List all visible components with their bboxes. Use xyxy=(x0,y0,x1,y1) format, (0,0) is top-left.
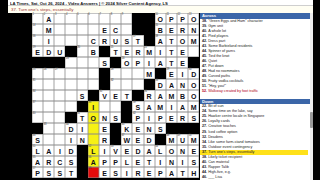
grid-cell-r4c10[interactable]: R xyxy=(132,46,143,57)
grid-cell-r9c13[interactable]: I xyxy=(166,101,177,112)
grid-cell-r4c12[interactable]: I xyxy=(155,46,166,57)
cell-letter: U xyxy=(177,137,188,145)
grid-cell-r14c1[interactable]: 55A xyxy=(32,156,43,167)
grid-cell-r13c11[interactable]: A xyxy=(144,145,155,156)
cell-letter: M xyxy=(188,38,199,46)
grid-cell-r10c13[interactable]: E xyxy=(166,112,177,123)
cell-letter: R xyxy=(132,170,143,178)
grid-cell-r1c11 xyxy=(144,13,155,24)
grid-cell-r3c12[interactable]: 18A xyxy=(155,35,166,46)
grid-cell-r9c5 xyxy=(77,101,88,112)
grid-cell-r15c8[interactable]: S xyxy=(110,167,121,178)
grid-cell-r11c7[interactable]: E xyxy=(99,123,110,134)
grid-cell-r6c8[interactable]: 28 xyxy=(110,68,121,79)
cell-letter: O xyxy=(188,82,199,90)
grid-cell-r7c4[interactable] xyxy=(65,79,76,90)
grid-cell-r11c11[interactable]: N xyxy=(144,123,155,134)
cell-letter: I xyxy=(77,126,88,134)
cell-letter: S xyxy=(54,170,65,178)
grid-cell-r2c12[interactable]: 15B xyxy=(155,24,166,35)
grid-cell-r4c13[interactable]: T xyxy=(166,46,177,57)
grid-cell-r3c4[interactable] xyxy=(65,35,76,46)
cell-letter: M xyxy=(144,71,155,79)
grid-cell-r8c5[interactable]: S xyxy=(77,90,88,101)
grid-cell-r3c13[interactable]: T xyxy=(166,35,177,46)
clue-text: Some time on the lake, say xyxy=(208,109,252,113)
grid-cell-r1c5[interactable]: 5 xyxy=(77,13,88,24)
grid-cell-r2c7[interactable]: E xyxy=(99,24,110,35)
grid-cell-r7c15[interactable]: O xyxy=(188,79,199,90)
cell-letter: A xyxy=(144,104,155,112)
cell-letter: S xyxy=(43,170,54,178)
grid-cell-r9c10[interactable]: 39S xyxy=(132,101,143,112)
grid-cell-r12c13[interactable]: 48M xyxy=(166,134,177,145)
grid-cell-r11c8 xyxy=(110,123,121,134)
grid-cell-r12c6[interactable] xyxy=(88,134,99,145)
cell-letter: I xyxy=(65,137,76,145)
grid-cell-r6c6[interactable] xyxy=(88,68,99,79)
cell-letter: E xyxy=(166,115,177,123)
current-clue-text: 37. Turn one's steps, essentially xyxy=(11,7,73,13)
clue-panel[interactable]: Across 38. "Green Eggs and Ham" characte… xyxy=(200,13,313,180)
clue-text: Rapper Talib xyxy=(208,165,229,169)
cell-letter: D xyxy=(43,49,54,57)
clue-text: Curved paths xyxy=(208,74,230,78)
cell-letter: E xyxy=(166,27,177,35)
grid-cell-r8c2[interactable] xyxy=(43,90,54,101)
grid-cell-r10c4 xyxy=(65,112,76,123)
grid-cell-r6c15[interactable]: 30D xyxy=(188,68,199,79)
clue-text: Pied players xyxy=(208,34,228,38)
grid-cell-r1c13[interactable]: 11P xyxy=(166,13,177,24)
cell-number: 31 xyxy=(33,79,36,82)
grid-cell-r7c9[interactable] xyxy=(121,79,132,90)
grid-cell-r4c9[interactable]: E xyxy=(121,46,132,57)
grid-cell-r7c5[interactable] xyxy=(77,79,88,90)
cell-letter: P xyxy=(32,170,43,178)
grid-cell-r8c3[interactable] xyxy=(54,90,65,101)
grid-cell-r13c15[interactable]: E xyxy=(188,145,199,156)
grid-cell-r9c14[interactable]: A xyxy=(177,101,188,112)
cell-letter: P xyxy=(99,159,110,167)
grid-cell-r2c8[interactable]: C xyxy=(110,24,121,35)
grid-cell-r10c2[interactable] xyxy=(43,112,54,123)
grid-cell-r6c3[interactable]: 27 xyxy=(54,68,65,79)
grid-cell-r14c8[interactable]: P xyxy=(110,156,121,167)
grid-cell-r3c15[interactable]: M xyxy=(188,35,199,46)
cell-letter: S xyxy=(65,159,76,167)
grid-cell-r11c10[interactable]: E xyxy=(132,123,143,134)
grid-cell-r3c10[interactable]: 17T xyxy=(132,35,143,46)
cell-letter: U xyxy=(54,49,65,57)
grid-cell-r1c8[interactable]: 8 xyxy=(110,13,121,24)
grid-cell-r12c15[interactable]: 50M xyxy=(188,134,199,145)
grid-cell-r7c2[interactable] xyxy=(43,79,54,90)
grid-cell-r2c5[interactable] xyxy=(77,24,88,35)
cell-letter: O xyxy=(188,16,199,24)
grid-cell-r5c7[interactable]: S xyxy=(99,57,110,68)
cell-letter: P xyxy=(155,115,166,123)
cell-letter: T xyxy=(121,93,132,101)
cell-letter: L xyxy=(88,148,99,156)
grid-cell-r2c9[interactable] xyxy=(121,24,132,35)
grid-cell-r10c15[interactable]: S xyxy=(188,112,199,123)
crossword-grid[interactable]: 12A345678910O11P12P13O14MEC15BERN16ICRUS… xyxy=(32,13,199,178)
cell-number: 8 xyxy=(111,13,112,16)
grid-cell-r14c3[interactable]: C xyxy=(54,156,65,167)
clue-text: Turn one's steps, essentially xyxy=(208,150,254,154)
cell-number: 34 xyxy=(33,90,36,93)
cell-letter: S xyxy=(99,60,110,68)
grid-cell-r12c7[interactable]: R xyxy=(99,134,110,145)
clue-text: Deadens xyxy=(208,135,223,139)
cell-letter: C xyxy=(54,159,65,167)
grid-cell-r4c2[interactable]: D xyxy=(43,46,54,57)
grid-cell-r10c7[interactable]: N xyxy=(99,112,110,123)
grid-cell-r2c6[interactable] xyxy=(88,24,99,35)
panel-scrollbar[interactable] xyxy=(310,13,314,180)
grid-cell-r9c7[interactable] xyxy=(99,101,110,112)
grid-cell-r15c14[interactable]: T xyxy=(177,167,188,178)
grid-cell-r5c11[interactable]: I xyxy=(144,57,155,68)
grid-cell-r1c7[interactable]: 7 xyxy=(99,13,110,24)
grid-cell-r12c9[interactable]: 47W xyxy=(121,134,132,145)
cell-letter: I xyxy=(121,170,132,178)
grid-cell-r2c14[interactable]: R xyxy=(177,24,188,35)
grid-cell-r3c7[interactable]: R xyxy=(99,35,110,46)
cell-letter: M xyxy=(166,93,177,101)
clue-text: "Green Eggs and Ham" character xyxy=(208,19,263,23)
grid-cell-r8c6 xyxy=(88,90,99,101)
grid-cell-r15c9[interactable]: I xyxy=(121,167,132,178)
grid-cell-r6c11[interactable]: M xyxy=(144,68,155,79)
cell-letter: T xyxy=(166,60,177,68)
grid-cell-r4c15[interactable] xyxy=(188,46,199,57)
page-title: LA Times, Sat, Oct 26, 2024 - Video Answ… xyxy=(10,1,310,6)
grid-cell-r13c14[interactable]: N xyxy=(177,145,188,156)
grid-cell-r15c11[interactable]: E xyxy=(144,167,155,178)
grid-cell-r6c1[interactable]: 25 xyxy=(32,68,43,79)
grid-cell-r4c6[interactable]: B xyxy=(88,46,99,57)
cell-letter: O xyxy=(121,60,132,68)
grid-cell-r11c3[interactable] xyxy=(54,123,65,134)
grid-cell-r15c12[interactable]: P xyxy=(155,167,166,178)
grid-cell-r14c4[interactable]: S xyxy=(65,156,76,167)
grid-cell-r14c10[interactable]: E xyxy=(132,156,143,167)
grid-cell-r1c14[interactable]: 12P xyxy=(177,13,188,24)
cell-letter: S xyxy=(121,38,132,46)
grid-cell-r11c15 xyxy=(188,123,199,134)
grid-cell-r15c15[interactable]: H xyxy=(188,167,199,178)
grid-cell-r15c10[interactable]: R xyxy=(132,167,143,178)
grid-cell-r6c4[interactable] xyxy=(65,68,76,79)
grid-cell-r4c8[interactable]: 21T xyxy=(110,46,121,57)
grid-cell-r12c2[interactable] xyxy=(43,134,54,145)
across-clue-list[interactable]: 38. "Green Eggs and Ham" character39. Gy… xyxy=(200,19,313,95)
grid-cell-r12c3[interactable] xyxy=(54,134,65,145)
grid-cell-r9c1[interactable]: 37 xyxy=(32,101,43,112)
grid-cell-r2c1[interactable]: 14 xyxy=(32,24,43,35)
grid-cell-r14c15[interactable]: S xyxy=(188,156,199,167)
grid-cell-r10c9 xyxy=(121,112,132,123)
grid-cell-r14c14[interactable]: I xyxy=(177,156,188,167)
cell-letter: P xyxy=(110,159,121,167)
grid-cell-r6c12 xyxy=(155,68,166,79)
grid-cell-r7c6[interactable] xyxy=(88,79,99,90)
grid-cell-r5c12[interactable]: A xyxy=(155,57,166,68)
grid-cell-r5c9[interactable]: 24O xyxy=(121,57,132,68)
grid-cell-r8c12[interactable]: A xyxy=(155,90,166,101)
cell-letter: O xyxy=(88,115,99,123)
clue-text: Had no roommates xyxy=(208,69,239,73)
grid-cell-r2c3[interactable] xyxy=(54,24,65,35)
cell-letter: I xyxy=(88,104,99,112)
grid-cell-r4c3[interactable]: U xyxy=(54,46,65,57)
grid-cell-r1c9[interactable]: 9 xyxy=(121,13,132,24)
grid-cell-r4c7 xyxy=(99,46,110,57)
cell-letter: E xyxy=(132,126,143,134)
grid-cell-r12c4[interactable]: I xyxy=(65,134,76,145)
clue-text: Walkway created by foot traffic xyxy=(208,89,258,93)
cell-letter: R xyxy=(99,38,110,46)
grid-cell-r6c2[interactable]: 26 xyxy=(43,68,54,79)
grid-cell-r1c12[interactable]: 10O xyxy=(155,13,166,24)
grid-cell-r4c5[interactable]: 20 xyxy=(77,46,88,57)
grid-cell-r1c1[interactable]: 1 xyxy=(32,13,43,24)
grid-cell-r10c14[interactable]: R xyxy=(177,112,188,123)
cell-letter: A xyxy=(43,16,54,24)
grid-cell-r8c14[interactable]: B xyxy=(177,90,188,101)
grid-cell-r8c8[interactable]: E xyxy=(110,90,121,101)
grid-cell-r14c2[interactable]: R xyxy=(43,156,54,167)
grid-cell-r9c11[interactable]: A xyxy=(144,101,155,112)
grid-cell-r10c6[interactable]: O xyxy=(88,112,99,123)
grid-cell-r13c13[interactable]: O xyxy=(166,145,177,156)
clue-text: Likely ticket recipient xyxy=(208,155,242,159)
grid-cell-r1c3[interactable]: 3 xyxy=(54,13,65,24)
grid-cell-r9c3[interactable] xyxy=(54,101,65,112)
cell-letter: E xyxy=(132,159,143,167)
grid-cell-r8c9[interactable]: T xyxy=(121,90,132,101)
cell-letter: L xyxy=(121,159,132,167)
cell-letter: O xyxy=(155,16,166,24)
grid-cell-r4c14[interactable]: E xyxy=(177,46,188,57)
grid-cell-r7c3[interactable] xyxy=(54,79,65,90)
cell-number: 4 xyxy=(66,13,67,16)
cell-letter: R xyxy=(43,159,54,167)
grid-cell-r15c2[interactable]: S xyxy=(43,167,54,178)
clue-text: Iced coffee option xyxy=(208,130,237,134)
grid-cell-r3c1[interactable]: 16 xyxy=(32,35,43,46)
across-clue-52[interactable]: 52. Walkway created by foot traffic xyxy=(200,89,308,94)
grid-cell-r2c15[interactable]: N xyxy=(188,24,199,35)
cell-letter: S xyxy=(110,170,121,178)
grid-cell-r13c9[interactable]: E xyxy=(121,145,132,156)
grid-cell-r10c8[interactable]: S xyxy=(110,112,121,123)
grid-cell-r3c5[interactable] xyxy=(77,35,88,46)
grid-cell-r1c4[interactable]: 4 xyxy=(65,13,76,24)
grid-cell-r13c4[interactable]: D xyxy=(65,145,76,156)
grid-cell-r7c12[interactable]: 33D xyxy=(155,79,166,90)
grid-cell-r3c3[interactable] xyxy=(54,35,65,46)
grid-cell-r6c5[interactable] xyxy=(77,68,88,79)
grid-cell-r13c12[interactable]: 54L xyxy=(155,145,166,156)
grid-cell-r14c11[interactable]: T xyxy=(144,156,155,167)
down-clue-list[interactable]: 22. Bit of sun24. Some time on the lake,… xyxy=(200,104,313,180)
grid-cell-r8c7[interactable]: 35V xyxy=(99,90,110,101)
grid-cell-r13c3[interactable]: I xyxy=(54,145,65,156)
grid-cell-r2c2[interactable]: M xyxy=(43,24,54,35)
cell-letter: O xyxy=(166,148,177,156)
cell-letter: B xyxy=(88,49,99,57)
grid-cell-r3c2[interactable]: I xyxy=(43,35,54,46)
grid-cell-r15c7[interactable]: E xyxy=(99,167,110,178)
grid-cell-r14c6[interactable]: 56A xyxy=(88,156,99,167)
cell-letter: S xyxy=(110,115,121,123)
grid-cell-r7c13[interactable]: A xyxy=(166,79,177,90)
grid-cell-r12c14[interactable]: 49U xyxy=(177,134,188,145)
grid-cell-r5c13[interactable]: T xyxy=(166,57,177,68)
grid-cell-r12c5[interactable]: N xyxy=(77,134,88,145)
grid-cell-r9c6[interactable]: 38I xyxy=(88,101,99,112)
grid-cell-r10c3[interactable] xyxy=(54,112,65,123)
grid-cell-r13c7[interactable]: I xyxy=(99,145,110,156)
cell-letter: E xyxy=(166,71,177,79)
grid-cell-r15c13[interactable]: A xyxy=(166,167,177,178)
grid-cell-r14c9[interactable]: L xyxy=(121,156,132,167)
grid-cell-r3c8[interactable]: U xyxy=(110,35,121,46)
grid-cell-r15c3[interactable]: S xyxy=(54,167,65,178)
grid-cell-r6c7 xyxy=(99,68,110,79)
grid-cell-r11c9[interactable]: 45K xyxy=(121,123,132,134)
cell-letter: N xyxy=(144,126,155,134)
grid-cell-r5c4[interactable]: 23 xyxy=(65,57,76,68)
grid-cell-r3c9[interactable]: S xyxy=(121,35,132,46)
cell-number: 9 xyxy=(122,13,123,16)
cell-letter: R xyxy=(144,93,155,101)
grid-cell-r8c11[interactable]: 36R xyxy=(144,90,155,101)
grid-cell-r13c1[interactable]: 51L xyxy=(32,145,43,156)
grid-cell-r11c2[interactable]: 43 xyxy=(43,123,54,134)
grid-cell-r10c12[interactable]: P xyxy=(155,112,166,123)
grid-cell-r13c8[interactable]: 53V xyxy=(110,145,121,156)
grid-cell-r5c10[interactable]: P xyxy=(132,57,143,68)
grid-cell-r13c10[interactable]: D xyxy=(132,145,143,156)
grid-cell-r2c13[interactable]: E xyxy=(166,24,177,35)
grid-cell-r9c15[interactable]: M xyxy=(188,101,199,112)
grid-cell-r8c4[interactable] xyxy=(65,90,76,101)
grid-cell-r7c8[interactable]: 32 xyxy=(110,79,121,90)
grid-cell-r5c1 xyxy=(32,57,43,68)
grid-cell-r8c10 xyxy=(132,90,143,101)
grid-cell-r12c10[interactable]: E xyxy=(132,134,143,145)
grid-cell-r3c6[interactable]: C xyxy=(88,35,99,46)
cell-letter: A xyxy=(144,148,155,156)
grid-cell-r15c1[interactable]: 57P xyxy=(32,167,43,178)
grid-cell-r9c4[interactable] xyxy=(65,101,76,112)
grid-cell-r15c4[interactable]: T xyxy=(65,167,76,178)
grid-cell-r11c4[interactable]: 44D xyxy=(65,123,76,134)
grid-cell-r8c1[interactable]: 34 xyxy=(32,90,43,101)
grid-cell-r11c6[interactable] xyxy=(88,123,99,134)
grid-cell-r15c6[interactable]: 58 xyxy=(88,167,99,178)
cell-letter: T xyxy=(77,115,88,123)
grid-cell-r3c14[interactable]: O xyxy=(177,35,188,46)
clue-text: Loyalty cards xyxy=(208,119,230,123)
cell-number: 40 xyxy=(33,112,36,115)
cell-number: 32 xyxy=(111,79,114,82)
grid-cell-r1c2[interactable]: 2A xyxy=(43,13,54,24)
cell-letter: N xyxy=(188,27,199,35)
cell-letter: I xyxy=(144,60,155,68)
grid-cell-r1c6[interactable]: 6 xyxy=(88,13,99,24)
grid-cell-r12c11[interactable]: D xyxy=(144,134,155,145)
cell-letter: E xyxy=(188,148,199,156)
grid-cell-r6c10[interactable] xyxy=(132,68,143,79)
grid-cell-r5c14[interactable]: E xyxy=(177,57,188,68)
grid-cell-r13c2[interactable]: A xyxy=(43,145,54,156)
cell-letter: E xyxy=(177,60,188,68)
grid-cell-r1c10 xyxy=(132,13,143,24)
grid-cell-r5c6[interactable] xyxy=(88,57,99,68)
cell-letter: N xyxy=(99,115,110,123)
grid-cell-r10c11[interactable]: I xyxy=(144,112,155,123)
grid-cell-r14c13[interactable]: N xyxy=(166,156,177,167)
grid-cell-r9c2[interactable] xyxy=(43,101,54,112)
down-clue-46[interactable]: 46. ___ Lisa xyxy=(200,175,308,180)
cell-letter: N xyxy=(177,82,188,90)
grid-cell-r7c10[interactable] xyxy=(132,79,143,90)
grid-cell-r8c13[interactable]: M xyxy=(166,90,177,101)
grid-cell-r10c10[interactable]: 42P xyxy=(132,112,143,123)
cell-letter: K xyxy=(121,126,132,134)
grid-cell-r1c15[interactable]: 13O xyxy=(188,13,199,24)
grid-cell-r7c1[interactable]: 31 xyxy=(32,79,43,90)
cell-letter: D xyxy=(65,148,76,156)
grid-cell-r8c15[interactable]: O xyxy=(188,90,199,101)
grid-cell-r14c12[interactable]: I xyxy=(155,156,166,167)
cell-letter: E xyxy=(110,93,121,101)
grid-cell-r6c13[interactable]: 29E xyxy=(166,68,177,79)
grid-cell-r6c14[interactable]: I xyxy=(177,68,188,79)
grid-cell-r5c5[interactable] xyxy=(77,57,88,68)
cell-letter: R xyxy=(132,49,143,57)
grid-cell-r14c7[interactable]: P xyxy=(99,156,110,167)
cell-number: 58 xyxy=(88,167,91,170)
clue-text: Outdoor event contingency xyxy=(208,145,252,149)
grid-cell-r6c9[interactable] xyxy=(121,68,132,79)
grid-cell-r13c6[interactable]: 52L xyxy=(88,145,99,156)
grid-cell-r4c1[interactable]: 19E xyxy=(32,46,43,57)
grid-cell-r7c7 xyxy=(99,79,110,90)
grid-cell-r12c1[interactable]: 46S xyxy=(32,134,43,145)
grid-cell-r9c12[interactable]: M xyxy=(155,101,166,112)
grid-cell-r11c5[interactable]: I xyxy=(77,123,88,134)
grid-cell-r4c11[interactable]: 22M xyxy=(144,46,155,57)
grid-cell-r7c14[interactable]: N xyxy=(177,79,188,90)
grid-cells[interactable]: 12A345678910O11P12P13O14MEC15BERN16ICRUS… xyxy=(32,13,199,178)
cell-letter: N xyxy=(177,148,188,156)
scrollbar-thumb[interactable] xyxy=(310,112,313,128)
grid-cell-r2c4[interactable] xyxy=(65,24,76,35)
grid-cell-r10c1[interactable]: 40 xyxy=(32,112,43,123)
grid-cell-r5c2 xyxy=(43,57,54,68)
grid-cell-r9c8[interactable] xyxy=(110,101,121,112)
cell-letter: D xyxy=(144,137,155,145)
grid-cell-r10c5[interactable]: 41T xyxy=(77,112,88,123)
cell-letter: D xyxy=(65,126,76,134)
grid-cell-r11c12[interactable]: S xyxy=(155,123,166,134)
